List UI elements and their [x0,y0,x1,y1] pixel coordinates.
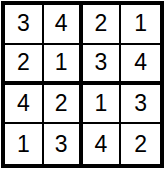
cell-r2c3[interactable]: 3 [121,85,160,125]
cell-r1c3[interactable]: 4 [121,45,160,85]
cell-r1c0[interactable]: 2 [5,45,44,85]
cell-r0c3[interactable]: 1 [121,5,160,45]
cell-r3c3[interactable]: 2 [121,124,160,164]
cell-r0c2[interactable]: 2 [83,5,122,45]
cell-r3c0[interactable]: 1 [5,124,44,164]
cell-r2c1[interactable]: 2 [44,85,83,125]
sudoku-stage: 3 4 2 1 2 1 3 4 4 2 1 3 1 3 4 2 [0,0,165,169]
sudoku-board: 3 4 2 1 2 1 3 4 4 2 1 3 1 3 4 2 [1,1,164,168]
cell-r3c2[interactable]: 4 [83,124,122,164]
cell-r1c2[interactable]: 3 [83,45,122,85]
cell-r2c0[interactable]: 4 [5,85,44,125]
cell-r1c1[interactable]: 1 [44,45,83,85]
cell-r0c1[interactable]: 4 [44,5,83,45]
cell-r2c2[interactable]: 1 [83,85,122,125]
cell-r3c1[interactable]: 3 [44,124,83,164]
cell-r0c0[interactable]: 3 [5,5,44,45]
